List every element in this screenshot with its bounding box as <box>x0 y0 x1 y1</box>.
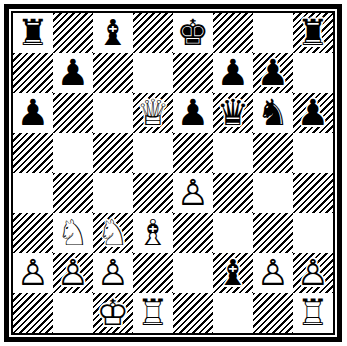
square-g3[interactable] <box>253 213 293 253</box>
square-e1[interactable] <box>173 293 213 333</box>
white-rook-glyph: ♖ <box>293 293 333 333</box>
black-pawn: ♟♟ <box>173 93 213 133</box>
square-g1[interactable] <box>253 293 293 333</box>
square-d3[interactable]: ♝♗ <box>133 213 173 253</box>
square-d2[interactable] <box>133 253 173 293</box>
white-knight-glyph: ♘ <box>53 213 93 253</box>
black-pawn-glyph: ♟ <box>253 53 293 93</box>
square-c2[interactable]: ♟♙ <box>93 253 133 293</box>
square-b6[interactable] <box>53 93 93 133</box>
black-knight: ♞♞ <box>253 93 293 133</box>
white-pawn: ♟♙ <box>173 173 213 213</box>
black-pawn: ♟♟ <box>13 93 53 133</box>
square-b3[interactable]: ♞♘ <box>53 213 93 253</box>
square-h3[interactable] <box>293 213 333 253</box>
square-c4[interactable] <box>93 173 133 213</box>
white-rook: ♜♖ <box>293 293 333 333</box>
square-f7[interactable]: ♟♟ <box>213 53 253 93</box>
square-a6[interactable]: ♟♟ <box>13 93 53 133</box>
square-e3[interactable] <box>173 213 213 253</box>
white-pawn: ♟♙ <box>13 253 53 293</box>
square-a4[interactable] <box>13 173 53 213</box>
white-queen-glyph: ♕ <box>133 93 173 133</box>
square-e5[interactable] <box>173 133 213 173</box>
white-rook: ♜♖ <box>133 293 173 333</box>
square-g6[interactable]: ♞♞ <box>253 93 293 133</box>
white-king: ♚♔ <box>93 293 133 333</box>
square-g2[interactable]: ♟♙ <box>253 253 293 293</box>
square-b2[interactable]: ♟♙ <box>53 253 93 293</box>
black-pawn: ♟♟ <box>293 93 333 133</box>
black-rook-glyph: ♜ <box>13 13 53 53</box>
diagram-outer-border: ♜♜♝♝♚♚♜♜♟♟♟♟♟♟♟♟♛♕♟♟♛♛♞♞♟♟♟♙♞♘♞♘♝♗♟♙♟♙♟♙… <box>4 4 342 342</box>
white-pawn-glyph: ♙ <box>293 253 333 293</box>
square-a1[interactable] <box>13 293 53 333</box>
square-c3[interactable]: ♞♘ <box>93 213 133 253</box>
white-pawn-glyph: ♙ <box>93 253 133 293</box>
square-e2[interactable] <box>173 253 213 293</box>
square-h4[interactable] <box>293 173 333 213</box>
white-king-glyph: ♔ <box>93 293 133 333</box>
square-g7[interactable]: ♟♟ <box>253 53 293 93</box>
square-d5[interactable] <box>133 133 173 173</box>
square-f1[interactable] <box>213 293 253 333</box>
white-pawn: ♟♙ <box>253 253 293 293</box>
black-bishop-glyph: ♝ <box>93 13 133 53</box>
black-knight-glyph: ♞ <box>253 93 293 133</box>
square-d4[interactable] <box>133 173 173 213</box>
black-bishop: ♝♝ <box>213 253 253 293</box>
square-a2[interactable]: ♟♙ <box>13 253 53 293</box>
square-e6[interactable]: ♟♟ <box>173 93 213 133</box>
diagram-inner-border: ♜♜♝♝♚♚♜♜♟♟♟♟♟♟♟♟♛♕♟♟♛♛♞♞♟♟♟♙♞♘♞♘♝♗♟♙♟♙♟♙… <box>11 11 335 335</box>
square-a5[interactable] <box>13 133 53 173</box>
black-king: ♚♚ <box>173 13 213 53</box>
chess-board: ♜♜♝♝♚♚♜♜♟♟♟♟♟♟♟♟♛♕♟♟♛♛♞♞♟♟♟♙♞♘♞♘♝♗♟♙♟♙♟♙… <box>13 13 333 333</box>
square-b1[interactable] <box>53 293 93 333</box>
white-rook-glyph: ♖ <box>133 293 173 333</box>
square-e4[interactable]: ♟♙ <box>173 173 213 213</box>
square-h8[interactable]: ♜♜ <box>293 13 333 53</box>
square-d7[interactable] <box>133 53 173 93</box>
black-pawn: ♟♟ <box>53 53 93 93</box>
white-bishop-glyph: ♗ <box>133 213 173 253</box>
square-h1[interactable]: ♜♖ <box>293 293 333 333</box>
square-f3[interactable] <box>213 213 253 253</box>
square-g4[interactable] <box>253 173 293 213</box>
black-pawn-glyph: ♟ <box>53 53 93 93</box>
square-b8[interactable] <box>53 13 93 53</box>
square-c1[interactable]: ♚♔ <box>93 293 133 333</box>
black-bishop-glyph: ♝ <box>213 253 253 293</box>
square-d8[interactable] <box>133 13 173 53</box>
square-c5[interactable] <box>93 133 133 173</box>
square-a3[interactable] <box>13 213 53 253</box>
square-g8[interactable] <box>253 13 293 53</box>
white-pawn: ♟♙ <box>53 253 93 293</box>
square-e7[interactable] <box>173 53 213 93</box>
square-b7[interactable]: ♟♟ <box>53 53 93 93</box>
square-c6[interactable] <box>93 93 133 133</box>
white-pawn-glyph: ♙ <box>13 253 53 293</box>
square-a7[interactable] <box>13 53 53 93</box>
black-pawn: ♟♟ <box>213 53 253 93</box>
white-pawn-glyph: ♙ <box>173 173 213 213</box>
black-bishop: ♝♝ <box>93 13 133 53</box>
square-f2[interactable]: ♝♝ <box>213 253 253 293</box>
white-pawn-glyph: ♙ <box>53 253 93 293</box>
white-knight: ♞♘ <box>53 213 93 253</box>
square-h2[interactable]: ♟♙ <box>293 253 333 293</box>
square-d6[interactable]: ♛♕ <box>133 93 173 133</box>
black-rook: ♜♜ <box>293 13 333 53</box>
square-d1[interactable]: ♜♖ <box>133 293 173 333</box>
black-pawn-glyph: ♟ <box>213 53 253 93</box>
square-a8[interactable]: ♜♜ <box>13 13 53 53</box>
white-knight-glyph: ♘ <box>93 213 133 253</box>
black-king-glyph: ♚ <box>173 13 213 53</box>
square-c7[interactable] <box>93 53 133 93</box>
square-b5[interactable] <box>53 133 93 173</box>
black-queen-glyph: ♛ <box>213 93 253 133</box>
square-g5[interactable] <box>253 133 293 173</box>
white-pawn: ♟♙ <box>93 253 133 293</box>
square-c8[interactable]: ♝♝ <box>93 13 133 53</box>
square-h6[interactable]: ♟♟ <box>293 93 333 133</box>
white-bishop: ♝♗ <box>133 213 173 253</box>
chess-diagram: ♜♜♝♝♚♚♜♜♟♟♟♟♟♟♟♟♛♕♟♟♛♛♞♞♟♟♟♙♞♘♞♘♝♗♟♙♟♙♟♙… <box>0 0 347 346</box>
square-b4[interactable] <box>53 173 93 213</box>
black-rook-glyph: ♜ <box>293 13 333 53</box>
square-h5[interactable] <box>293 133 333 173</box>
white-pawn-glyph: ♙ <box>253 253 293 293</box>
black-queen: ♛♛ <box>213 93 253 133</box>
square-e8[interactable]: ♚♚ <box>173 13 213 53</box>
black-pawn: ♟♟ <box>253 53 293 93</box>
white-queen: ♛♕ <box>133 93 173 133</box>
black-pawn-glyph: ♟ <box>173 93 213 133</box>
square-f4[interactable] <box>213 173 253 213</box>
black-pawn-glyph: ♟ <box>293 93 333 133</box>
square-h7[interactable] <box>293 53 333 93</box>
square-f5[interactable] <box>213 133 253 173</box>
white-knight: ♞♘ <box>93 213 133 253</box>
black-pawn-glyph: ♟ <box>13 93 53 133</box>
square-f8[interactable] <box>213 13 253 53</box>
square-f6[interactable]: ♛♛ <box>213 93 253 133</box>
white-pawn: ♟♙ <box>293 253 333 293</box>
black-rook: ♜♜ <box>13 13 53 53</box>
